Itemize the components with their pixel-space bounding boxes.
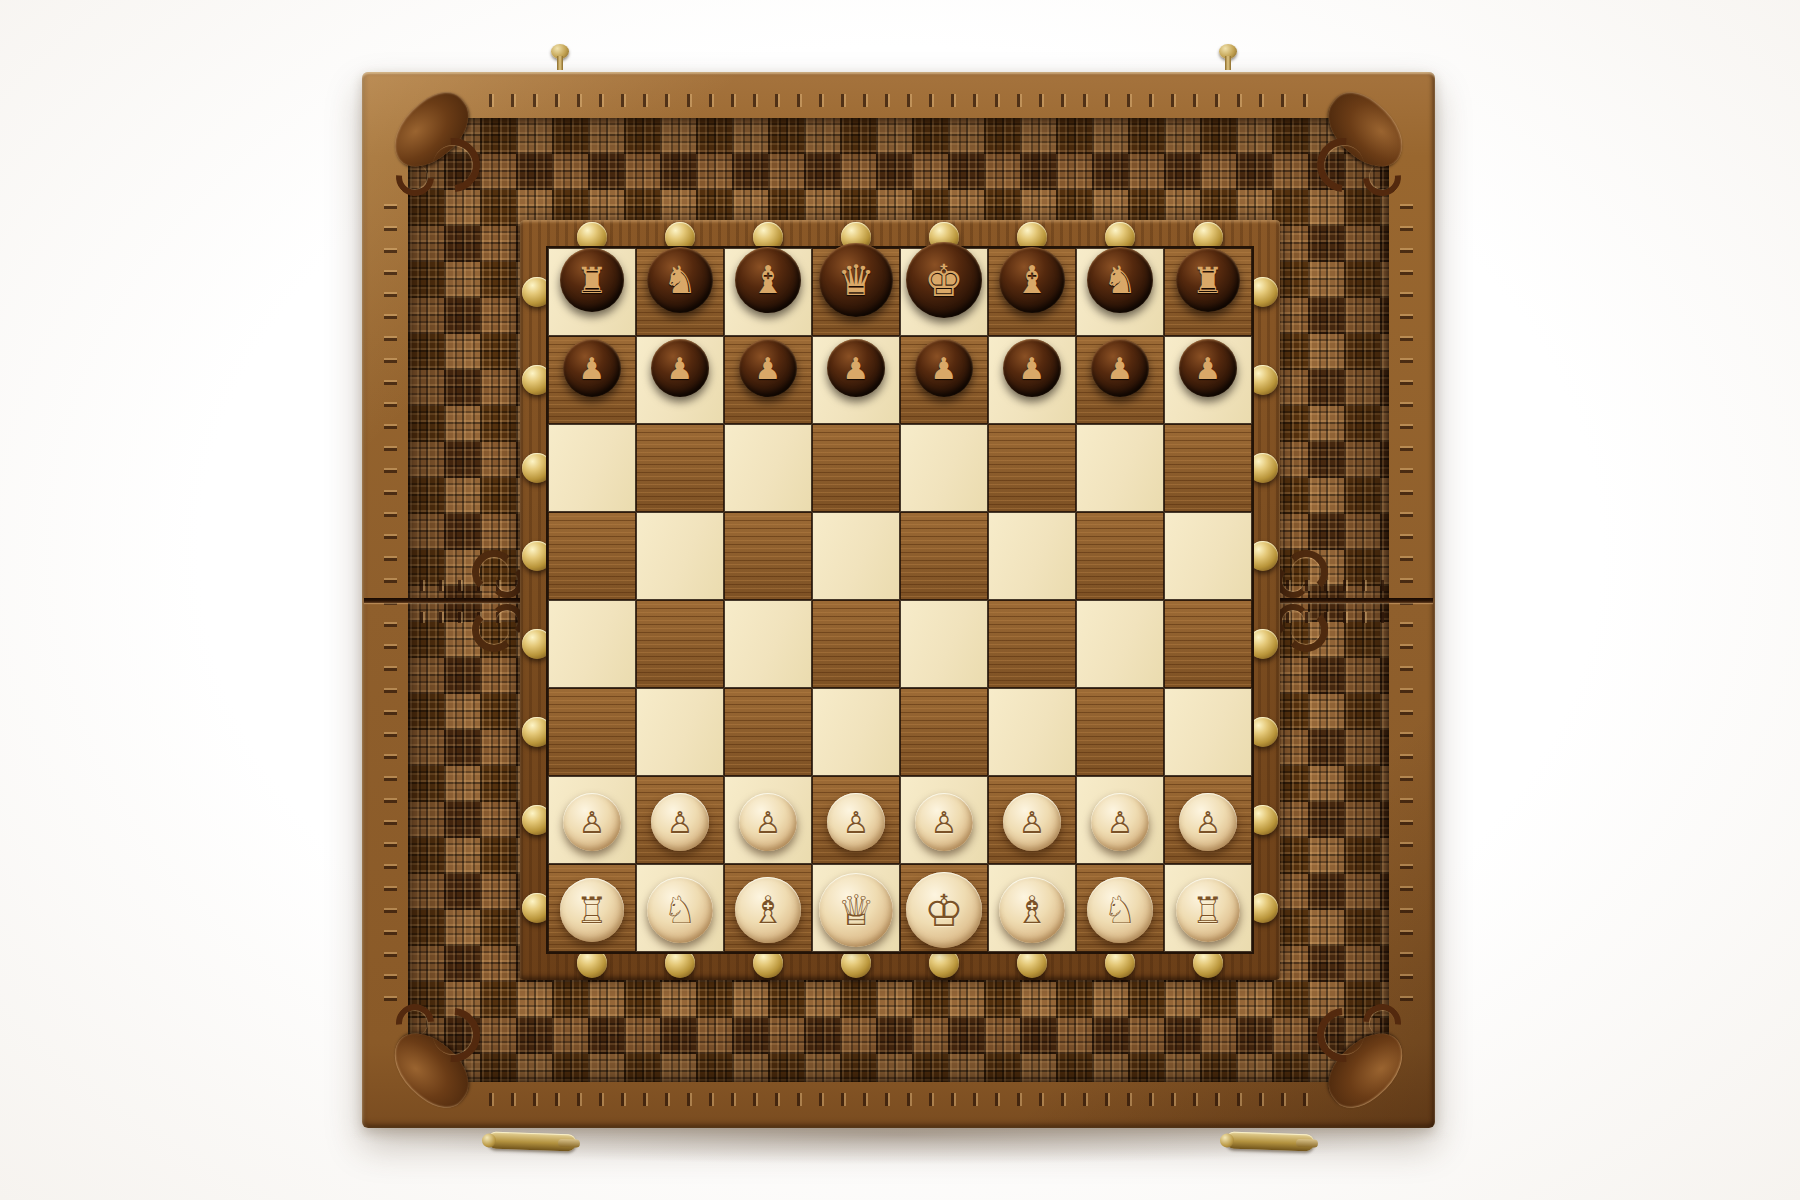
brass-pin-bottom-8 [1193,948,1223,978]
square-c2[interactable]: ♙ [724,776,812,864]
square-b5[interactable] [636,512,724,600]
white-king-e1[interactable]: ♔ [906,872,982,948]
square-e4[interactable] [900,600,988,688]
square-e5[interactable] [900,512,988,600]
square-h3[interactable] [1164,688,1252,776]
scroll-ornament-right-upper [1276,550,1328,596]
square-h4[interactable] [1164,600,1252,688]
photo-background: ♜♞♝♛♚♝♞♜♟♟♟♟♟♟♟♟♙♙♙♙♙♙♙♙♖♘♗♕♔♗♘♖ [0,0,1800,1200]
brass-pin-bottom-4 [841,948,871,978]
square-a5[interactable] [548,512,636,600]
black-pawn-g7[interactable]: ♟ [1091,339,1149,397]
white-bishop-f1[interactable]: ♗ [999,877,1065,943]
square-c6[interactable] [724,424,812,512]
brass-pin-right-1 [1248,277,1278,307]
square-f2[interactable]: ♙ [988,776,1076,864]
square-b1[interactable]: ♘ [636,864,724,952]
brass-pin-right-7 [1248,805,1278,835]
square-d6[interactable] [812,424,900,512]
square-f8[interactable]: ♝ [988,248,1076,336]
black-pawn-h7[interactable]: ♟ [1179,339,1237,397]
square-a4[interactable] [548,600,636,688]
black-king-e8[interactable]: ♚ [906,242,982,318]
square-f5[interactable] [988,512,1076,600]
brass-pin-bottom-1 [577,948,607,978]
square-e7[interactable]: ♟ [900,336,988,424]
square-a7[interactable]: ♟ [548,336,636,424]
white-bishop-c1[interactable]: ♗ [735,877,801,943]
square-f6[interactable] [988,424,1076,512]
square-c3[interactable] [724,688,812,776]
square-d4[interactable] [812,600,900,688]
square-e6[interactable] [900,424,988,512]
black-bishop-c8[interactable]: ♝ [735,247,801,313]
square-a2[interactable]: ♙ [548,776,636,864]
hinge-screw-left [550,44,570,70]
black-pawn-a7[interactable]: ♟ [563,339,621,397]
black-pawn-e7[interactable]: ♟ [915,339,973,397]
square-f4[interactable] [988,600,1076,688]
latch-clasp-left [488,1131,577,1151]
square-b6[interactable] [636,424,724,512]
white-pawn-a2[interactable]: ♙ [563,793,621,851]
border-carving-top [482,94,1315,107]
black-rook-h8[interactable]: ♜ [1176,248,1240,312]
white-pawn-g2[interactable]: ♙ [1091,793,1149,851]
white-pawn-h2[interactable]: ♙ [1179,793,1237,851]
black-rook-a8[interactable]: ♜ [560,248,624,312]
square-c4[interactable] [724,600,812,688]
square-h8[interactable]: ♜ [1164,248,1252,336]
board-frame: ♜♞♝♛♚♝♞♜♟♟♟♟♟♟♟♟♙♙♙♙♙♙♙♙♖♘♗♕♔♗♘♖ [520,220,1280,980]
white-pawn-f2[interactable]: ♙ [1003,793,1061,851]
brass-pin-right-3 [1248,453,1278,483]
brass-pin-bottom-5 [929,948,959,978]
square-d2[interactable]: ♙ [812,776,900,864]
white-knight-b1[interactable]: ♘ [647,877,713,943]
corner-ornament-bottom-left [382,990,500,1108]
black-pawn-f7[interactable]: ♟ [1003,339,1061,397]
square-b2[interactable]: ♙ [636,776,724,864]
square-g1[interactable]: ♘ [1076,864,1164,952]
brass-pin-bottom-6 [1017,948,1047,978]
black-knight-b8[interactable]: ♞ [647,247,713,313]
border-carving-bottom [482,1093,1315,1106]
square-d7[interactable]: ♟ [812,336,900,424]
black-pawn-c7[interactable]: ♟ [739,339,797,397]
square-d5[interactable] [812,512,900,600]
scroll-ornament-left-upper [472,550,524,596]
square-f3[interactable] [988,688,1076,776]
square-d3[interactable] [812,688,900,776]
square-c7[interactable]: ♟ [724,336,812,424]
square-h6[interactable] [1164,424,1252,512]
square-a3[interactable] [548,688,636,776]
white-pawn-d2[interactable]: ♙ [827,793,885,851]
square-b7[interactable]: ♟ [636,336,724,424]
brass-pin-bottom-2 [665,948,695,978]
corner-ornament-top-right [1297,92,1415,210]
square-g2[interactable]: ♙ [1076,776,1164,864]
square-e3[interactable] [900,688,988,776]
square-b3[interactable] [636,688,724,776]
square-h2[interactable]: ♙ [1164,776,1252,864]
brass-pin-right-5 [1248,629,1278,659]
corner-ornament-top-left [382,92,500,210]
scroll-ornament-right-lower [1276,606,1328,652]
brass-pin-right-4 [1248,541,1278,571]
square-c5[interactable] [724,512,812,600]
square-h5[interactable] [1164,512,1252,600]
white-rook-a1[interactable]: ♖ [560,878,624,942]
square-f1[interactable]: ♗ [988,864,1076,952]
white-pawn-b2[interactable]: ♙ [651,793,709,851]
square-h7[interactable]: ♟ [1164,336,1252,424]
square-g7[interactable]: ♟ [1076,336,1164,424]
square-a6[interactable] [548,424,636,512]
white-rook-h1[interactable]: ♖ [1176,878,1240,942]
brass-pin-right-6 [1248,717,1278,747]
square-g3[interactable] [1076,688,1164,776]
square-c8[interactable]: ♝ [724,248,812,336]
square-g8[interactable]: ♞ [1076,248,1164,336]
square-e2[interactable]: ♙ [900,776,988,864]
brass-pin-bottom-3 [753,948,783,978]
chess-board: ♜♞♝♛♚♝♞♜♟♟♟♟♟♟♟♟♙♙♙♙♙♙♙♙♖♘♗♕♔♗♘♖ [548,248,1252,952]
square-e1[interactable]: ♔ [900,864,988,952]
square-d8[interactable]: ♛ [812,248,900,336]
white-knight-g1[interactable]: ♘ [1087,877,1153,943]
square-a1[interactable]: ♖ [548,864,636,952]
square-d1[interactable]: ♕ [812,864,900,952]
hinge-screw-right [1218,44,1238,70]
square-e8[interactable]: ♚ [900,248,988,336]
square-b8[interactable]: ♞ [636,248,724,336]
black-pawn-d7[interactable]: ♟ [827,339,885,397]
square-h1[interactable]: ♖ [1164,864,1252,952]
white-queen-d1[interactable]: ♕ [819,873,893,947]
white-pawn-c2[interactable]: ♙ [739,793,797,851]
square-f7[interactable]: ♟ [988,336,1076,424]
black-bishop-f8[interactable]: ♝ [999,247,1065,313]
black-queen-d8[interactable]: ♛ [819,243,893,317]
white-pawn-e2[interactable]: ♙ [915,793,973,851]
square-b4[interactable] [636,600,724,688]
black-pawn-b7[interactable]: ♟ [651,339,709,397]
square-g5[interactable] [1076,512,1164,600]
latch-clasp-right [1226,1131,1315,1151]
square-c1[interactable]: ♗ [724,864,812,952]
brass-pin-right-2 [1248,365,1278,395]
scroll-ornament-left-lower [472,606,524,652]
square-g4[interactable] [1076,600,1164,688]
square-a8[interactable]: ♜ [548,248,636,336]
chess-case: ♜♞♝♛♚♝♞♜♟♟♟♟♟♟♟♟♙♙♙♙♙♙♙♙♖♘♗♕♔♗♘♖ [362,72,1435,1128]
black-knight-g8[interactable]: ♞ [1087,247,1153,313]
square-g6[interactable] [1076,424,1164,512]
brass-pin-bottom-7 [1105,948,1135,978]
brass-pin-right-8 [1248,893,1278,923]
corner-ornament-bottom-right [1297,990,1415,1108]
